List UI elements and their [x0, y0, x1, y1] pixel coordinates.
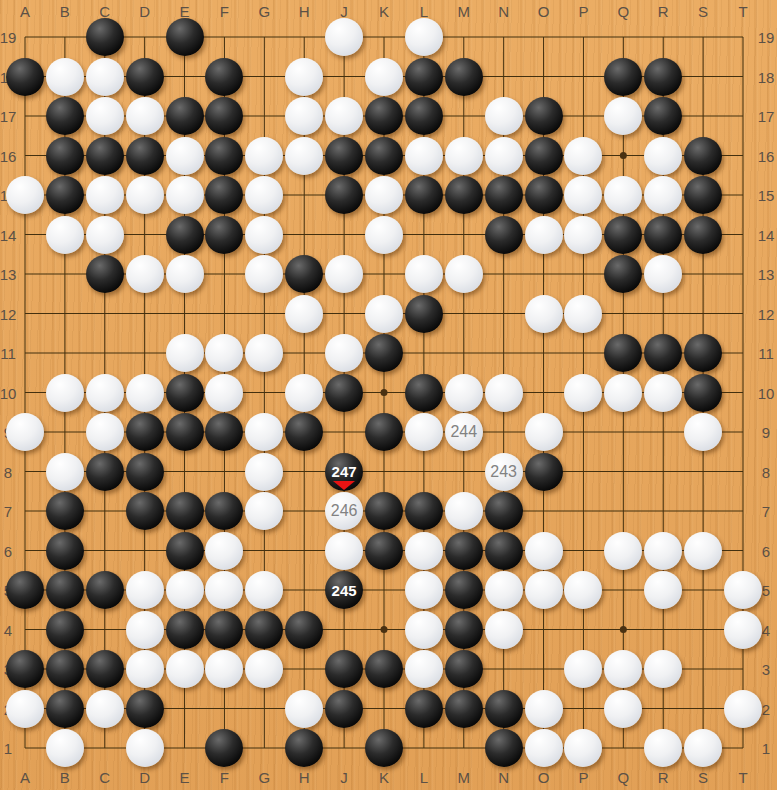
stone-white-T2	[724, 690, 762, 728]
row-label-right-9: 9	[762, 425, 770, 440]
col-label-bottom-N: N	[498, 770, 509, 785]
stone-black-K11	[365, 334, 403, 372]
move-number-246: 246	[331, 502, 358, 520]
stone-black-B3	[46, 650, 84, 688]
stone-white-J7: 246	[325, 492, 363, 530]
stone-black-L2	[405, 690, 443, 728]
row-label-right-18: 18	[758, 69, 775, 84]
row-label-left-14: 14	[0, 227, 16, 242]
col-label-top-O: O	[538, 4, 550, 19]
stone-white-R16	[644, 137, 682, 175]
col-label-bottom-M: M	[458, 770, 471, 785]
stone-white-K15	[365, 176, 403, 214]
stone-black-O8	[525, 453, 563, 491]
stone-white-N8: 243	[485, 453, 523, 491]
move-number-244: 244	[450, 423, 477, 441]
col-label-bottom-Q: Q	[617, 770, 629, 785]
stone-white-M7	[445, 492, 483, 530]
stone-white-D4	[126, 611, 164, 649]
stone-white-E3	[166, 650, 204, 688]
stone-black-K6	[365, 532, 403, 570]
stone-white-C9	[86, 413, 124, 451]
stone-white-G13	[245, 255, 283, 293]
stone-black-F15	[205, 176, 243, 214]
stone-white-Q2	[604, 690, 642, 728]
stone-white-O5	[525, 571, 563, 609]
col-label-bottom-F: F	[220, 770, 229, 785]
stone-white-F5	[205, 571, 243, 609]
stone-black-M6	[445, 532, 483, 570]
row-label-left-1: 1	[4, 741, 12, 756]
stone-white-B10	[46, 374, 84, 412]
row-label-right-15: 15	[758, 188, 775, 203]
stone-black-E19	[166, 18, 204, 56]
col-label-top-N: N	[498, 4, 509, 19]
stone-white-N17	[485, 97, 523, 135]
stone-white-Q3	[604, 650, 642, 688]
stone-white-J17	[325, 97, 363, 135]
stone-black-C5	[86, 571, 124, 609]
stone-black-J10	[325, 374, 363, 412]
stone-white-O2	[525, 690, 563, 728]
stone-white-P5	[564, 571, 602, 609]
stone-white-O14	[525, 216, 563, 254]
stone-black-E7	[166, 492, 204, 530]
stone-black-S11	[684, 334, 722, 372]
row-label-right-12: 12	[758, 306, 775, 321]
stone-black-C16	[86, 137, 124, 175]
row-label-right-3: 3	[762, 662, 770, 677]
stone-black-E6	[166, 532, 204, 570]
stone-black-A5	[6, 571, 44, 609]
stone-black-E10	[166, 374, 204, 412]
col-label-bottom-D: D	[139, 770, 150, 785]
row-label-right-19: 19	[758, 30, 775, 45]
stone-black-L18	[405, 58, 443, 96]
stone-black-J16	[325, 137, 363, 175]
col-label-bottom-J: J	[340, 770, 348, 785]
row-label-right-5: 5	[762, 583, 770, 598]
col-label-top-D: D	[139, 4, 150, 19]
stone-black-S15	[684, 176, 722, 214]
col-label-top-E: E	[180, 4, 190, 19]
stone-white-L9	[405, 413, 443, 451]
stone-black-O16	[525, 137, 563, 175]
stone-white-S9	[684, 413, 722, 451]
col-label-top-S: S	[698, 4, 708, 19]
stone-black-K3	[365, 650, 403, 688]
stone-black-C3	[86, 650, 124, 688]
row-label-left-8: 8	[4, 464, 12, 479]
stone-white-R6	[644, 532, 682, 570]
stone-white-G14	[245, 216, 283, 254]
stone-white-D5	[126, 571, 164, 609]
row-label-left-17: 17	[0, 109, 16, 124]
col-label-bottom-R: R	[658, 770, 669, 785]
col-label-top-L: L	[420, 4, 428, 19]
stone-black-R11	[644, 334, 682, 372]
stone-black-F4	[205, 611, 243, 649]
stone-white-E16	[166, 137, 204, 175]
stone-black-E17	[166, 97, 204, 135]
col-label-top-K: K	[379, 4, 389, 19]
col-label-bottom-P: P	[578, 770, 588, 785]
stone-black-H13	[285, 255, 323, 293]
stone-white-T4	[724, 611, 762, 649]
stone-black-Q11	[604, 334, 642, 372]
stone-white-P12	[564, 295, 602, 333]
stone-white-G16	[245, 137, 283, 175]
stone-white-R13	[644, 255, 682, 293]
stone-white-H2	[285, 690, 323, 728]
stone-white-P3	[564, 650, 602, 688]
stone-black-M3	[445, 650, 483, 688]
stone-black-L17	[405, 97, 443, 135]
stone-black-H1	[285, 729, 323, 767]
stone-white-N5	[485, 571, 523, 609]
col-label-bottom-T: T	[738, 770, 747, 785]
stone-black-F14	[205, 216, 243, 254]
row-label-right-8: 8	[762, 464, 770, 479]
stone-white-R3	[644, 650, 682, 688]
stone-black-D8	[126, 453, 164, 491]
row-label-left-7: 7	[4, 504, 12, 519]
stone-white-L5	[405, 571, 443, 609]
stone-black-F9	[205, 413, 243, 451]
stone-black-M15	[445, 176, 483, 214]
stone-white-E11	[166, 334, 204, 372]
row-label-left-13: 13	[0, 267, 16, 282]
col-label-bottom-C: C	[99, 770, 110, 785]
row-label-left-12: 12	[0, 306, 16, 321]
col-label-bottom-K: K	[379, 770, 389, 785]
stone-black-B6	[46, 532, 84, 570]
stone-black-E14	[166, 216, 204, 254]
stone-white-C14	[86, 216, 124, 254]
stone-black-G4	[245, 611, 283, 649]
row-label-right-7: 7	[762, 504, 770, 519]
stone-white-L13	[405, 255, 443, 293]
stone-white-D13	[126, 255, 164, 293]
stone-white-J6	[325, 532, 363, 570]
stone-black-K9	[365, 413, 403, 451]
stone-black-B2	[46, 690, 84, 728]
stone-black-N14	[485, 216, 523, 254]
stone-black-H4	[285, 611, 323, 649]
stone-white-G5	[245, 571, 283, 609]
col-label-top-T: T	[738, 4, 747, 19]
stone-black-L7	[405, 492, 443, 530]
stone-white-E15	[166, 176, 204, 214]
stone-white-P10	[564, 374, 602, 412]
stone-black-C13	[86, 255, 124, 293]
col-label-top-F: F	[220, 4, 229, 19]
col-label-top-P: P	[578, 4, 588, 19]
stone-black-F17	[205, 97, 243, 135]
stone-black-J8: 247	[325, 453, 363, 491]
stone-black-J5: 245	[325, 571, 363, 609]
row-label-right-14: 14	[758, 227, 775, 242]
stone-white-R10	[644, 374, 682, 412]
col-label-bottom-L: L	[420, 770, 428, 785]
row-label-right-13: 13	[758, 267, 775, 282]
stone-white-G8	[245, 453, 283, 491]
stone-white-B8	[46, 453, 84, 491]
stone-white-S1	[684, 729, 722, 767]
stone-white-Q10	[604, 374, 642, 412]
stone-white-P16	[564, 137, 602, 175]
stone-black-N15	[485, 176, 523, 214]
stone-white-G9	[245, 413, 283, 451]
row-label-right-4: 4	[762, 622, 770, 637]
stone-white-D3	[126, 650, 164, 688]
stone-white-B18	[46, 58, 84, 96]
stone-white-A15	[6, 176, 44, 214]
stone-white-C17	[86, 97, 124, 135]
stone-white-C15	[86, 176, 124, 214]
stone-black-N7	[485, 492, 523, 530]
stone-white-P15	[564, 176, 602, 214]
stone-black-B15	[46, 176, 84, 214]
stone-white-O9	[525, 413, 563, 451]
col-label-top-Q: Q	[617, 4, 629, 19]
stone-white-C18	[86, 58, 124, 96]
col-label-top-H: H	[299, 4, 310, 19]
stone-black-D16	[126, 137, 164, 175]
stone-white-F10	[205, 374, 243, 412]
stone-black-S10	[684, 374, 722, 412]
stone-white-S6	[684, 532, 722, 570]
stone-black-D9	[126, 413, 164, 451]
stone-black-S16	[684, 137, 722, 175]
stone-black-F7	[205, 492, 243, 530]
stone-black-K1	[365, 729, 403, 767]
stone-black-Q14	[604, 216, 642, 254]
stone-white-K18	[365, 58, 403, 96]
stone-white-H16	[285, 137, 323, 175]
stone-white-L19	[405, 18, 443, 56]
stone-black-B4	[46, 611, 84, 649]
row-label-left-6: 6	[4, 543, 12, 558]
stone-white-J13	[325, 255, 363, 293]
col-label-bottom-G: G	[258, 770, 270, 785]
stone-white-G7	[245, 492, 283, 530]
stone-black-O15	[525, 176, 563, 214]
stone-white-B1	[46, 729, 84, 767]
stone-white-N10	[485, 374, 523, 412]
stone-white-Q17	[604, 97, 642, 135]
stone-white-A9	[6, 413, 44, 451]
stone-white-H12	[285, 295, 323, 333]
last-move-marker-icon	[333, 481, 355, 490]
row-label-right-10: 10	[758, 385, 775, 400]
stone-black-D7	[126, 492, 164, 530]
stone-black-L10	[405, 374, 443, 412]
stone-black-M5	[445, 571, 483, 609]
stone-white-O12	[525, 295, 563, 333]
move-number-243: 243	[490, 463, 517, 481]
col-label-bottom-H: H	[299, 770, 310, 785]
stone-white-Q6	[604, 532, 642, 570]
stone-white-M16	[445, 137, 483, 175]
stone-white-G11	[245, 334, 283, 372]
row-label-right-11: 11	[758, 346, 774, 361]
stone-black-N1	[485, 729, 523, 767]
col-label-top-J: J	[340, 4, 348, 19]
stone-white-R1	[644, 729, 682, 767]
stone-white-C2	[86, 690, 124, 728]
stone-black-B7	[46, 492, 84, 530]
stone-white-F6	[205, 532, 243, 570]
col-label-top-C: C	[99, 4, 110, 19]
row-label-left-16: 16	[0, 148, 16, 163]
stone-black-K7	[365, 492, 403, 530]
stone-black-K16	[365, 137, 403, 175]
stone-white-R15	[644, 176, 682, 214]
stone-black-E9	[166, 413, 204, 451]
stone-white-J19	[325, 18, 363, 56]
row-label-right-17: 17	[758, 109, 775, 124]
stone-white-N4	[485, 611, 523, 649]
stone-black-M2	[445, 690, 483, 728]
stone-white-L3	[405, 650, 443, 688]
col-label-bottom-B: B	[60, 770, 70, 785]
stone-white-F3	[205, 650, 243, 688]
row-label-right-16: 16	[758, 148, 775, 163]
stone-white-R5	[644, 571, 682, 609]
stone-white-M9: 244	[445, 413, 483, 451]
stone-black-L15	[405, 176, 443, 214]
stone-white-E5	[166, 571, 204, 609]
row-label-left-4: 4	[4, 622, 12, 637]
stone-white-L16	[405, 137, 443, 175]
stone-white-J11	[325, 334, 363, 372]
col-label-bottom-O: O	[538, 770, 550, 785]
col-label-bottom-A: A	[20, 770, 30, 785]
stone-black-F1	[205, 729, 243, 767]
stone-white-F11	[205, 334, 243, 372]
stone-black-F16	[205, 137, 243, 175]
row-label-left-11: 11	[0, 346, 16, 361]
stone-black-M4	[445, 611, 483, 649]
col-label-top-G: G	[258, 4, 270, 19]
stone-white-H10	[285, 374, 323, 412]
stone-white-A2	[6, 690, 44, 728]
stone-white-L4	[405, 611, 443, 649]
col-label-top-A: A	[20, 4, 30, 19]
stone-black-H9	[285, 413, 323, 451]
stone-white-K12	[365, 295, 403, 333]
stone-black-R18	[644, 58, 682, 96]
stone-black-C19	[86, 18, 124, 56]
col-label-top-B: B	[60, 4, 70, 19]
stone-black-R17	[644, 97, 682, 135]
stone-black-B16	[46, 137, 84, 175]
col-label-bottom-E: E	[180, 770, 190, 785]
row-label-right-2: 2	[762, 701, 770, 716]
col-label-top-R: R	[658, 4, 669, 19]
stone-white-P1	[564, 729, 602, 767]
stone-black-R14	[644, 216, 682, 254]
stone-black-E4	[166, 611, 204, 649]
stone-white-T5	[724, 571, 762, 609]
stone-black-B17	[46, 97, 84, 135]
stone-black-D18	[126, 58, 164, 96]
stone-black-D2	[126, 690, 164, 728]
stone-black-Q18	[604, 58, 642, 96]
stone-white-G15	[245, 176, 283, 214]
stone-white-E13	[166, 255, 204, 293]
stone-white-D15	[126, 176, 164, 214]
stone-white-N16	[485, 137, 523, 175]
stone-black-J15	[325, 176, 363, 214]
stone-white-Q15	[604, 176, 642, 214]
stone-black-L12	[405, 295, 443, 333]
row-label-right-6: 6	[762, 543, 770, 558]
stone-black-B5	[46, 571, 84, 609]
stone-white-H18	[285, 58, 323, 96]
stone-black-A3	[6, 650, 44, 688]
row-label-right-1: 1	[762, 741, 770, 756]
stone-white-O1	[525, 729, 563, 767]
stone-white-D10	[126, 374, 164, 412]
col-label-bottom-S: S	[698, 770, 708, 785]
col-label-top-M: M	[458, 4, 471, 19]
stone-black-O17	[525, 97, 563, 135]
stone-black-F18	[205, 58, 243, 96]
row-label-left-19: 19	[0, 30, 16, 45]
stone-white-D17	[126, 97, 164, 135]
go-board[interactable]: AABBCCDDEEFFGGHHJJKKLLMMNNOOPPQQRRSSTT19…	[0, 0, 777, 790]
move-number-247: 247	[332, 463, 357, 480]
stone-black-N2	[485, 690, 523, 728]
stone-white-O6	[525, 532, 563, 570]
stone-black-J2	[325, 690, 363, 728]
stone-black-J3	[325, 650, 363, 688]
stone-black-M18	[445, 58, 483, 96]
stone-black-Q13	[604, 255, 642, 293]
stone-black-N6	[485, 532, 523, 570]
move-number-245: 245	[332, 582, 357, 599]
stone-black-K17	[365, 97, 403, 135]
stone-black-A18	[6, 58, 44, 96]
stone-white-G3	[245, 650, 283, 688]
stone-white-D1	[126, 729, 164, 767]
stone-white-C10	[86, 374, 124, 412]
stone-black-C8	[86, 453, 124, 491]
stone-black-S14	[684, 216, 722, 254]
stone-white-M13	[445, 255, 483, 293]
stone-white-K14	[365, 216, 403, 254]
stone-white-P14	[564, 216, 602, 254]
stone-white-B14	[46, 216, 84, 254]
stone-white-L6	[405, 532, 443, 570]
row-label-left-10: 10	[0, 385, 16, 400]
stone-white-H17	[285, 97, 323, 135]
stone-white-M10	[445, 374, 483, 412]
